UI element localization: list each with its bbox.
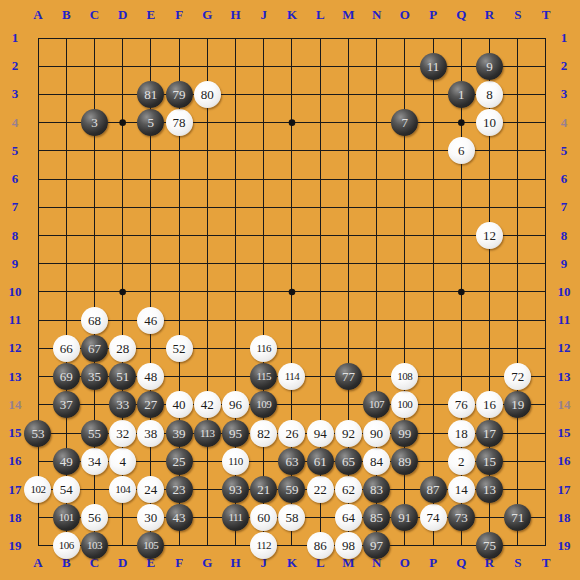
stone-white-4-D16[interactable]: 4	[109, 448, 136, 475]
row-label-left-1: 1	[12, 30, 19, 46]
stone-white-10-R4[interactable]: 10	[476, 109, 503, 136]
stone-white-74-P18[interactable]: 74	[420, 504, 447, 531]
stone-white-32-D15[interactable]: 32	[109, 420, 136, 447]
stone-white-72-S13[interactable]: 72	[504, 363, 531, 390]
stone-white-80-G3[interactable]: 80	[194, 81, 221, 108]
stone-grid[interactable]: 1234567891011121314151617181921222324252…	[24, 24, 560, 560]
stone-white-90-N15[interactable]: 90	[363, 420, 390, 447]
row-label-left-4: 4	[12, 115, 19, 131]
row-label-right-3: 3	[561, 86, 568, 102]
stone-white-40-F14[interactable]: 40	[166, 391, 193, 418]
row-label-left-9: 9	[12, 256, 19, 272]
stone-black-63-K16[interactable]: 63	[278, 448, 305, 475]
row-label-left-7: 7	[12, 199, 19, 215]
stone-black-59-K17[interactable]: 59	[278, 476, 305, 503]
row-label-left-14: 14	[9, 397, 22, 413]
col-label-top-H: H	[230, 7, 240, 23]
stone-black-101-B18[interactable]: 101	[53, 504, 80, 531]
stone-black-43-F18[interactable]: 43	[166, 504, 193, 531]
stone-white-116-J12[interactable]: 116	[250, 335, 277, 362]
stone-white-56-C18[interactable]: 56	[81, 504, 108, 531]
col-label-top-R: R	[485, 7, 494, 23]
stone-black-115-J13[interactable]: 115	[250, 363, 277, 390]
row-label-left-10: 10	[9, 284, 22, 300]
col-label-top-A: A	[33, 7, 42, 23]
stone-black-79-F3[interactable]: 79	[166, 81, 193, 108]
stone-black-1-Q3[interactable]: 1	[448, 81, 475, 108]
stone-black-81-E3[interactable]: 81	[137, 81, 164, 108]
col-label-top-K: K	[287, 7, 297, 23]
stone-white-38-E15[interactable]: 38	[137, 420, 164, 447]
col-label-top-E: E	[147, 7, 156, 23]
row-label-left-18: 18	[9, 510, 22, 526]
stone-black-67-C12[interactable]: 67	[81, 335, 108, 362]
stone-white-102-A17[interactable]: 102	[24, 476, 51, 503]
stone-black-39-F15[interactable]: 39	[166, 420, 193, 447]
stone-white-24-E17[interactable]: 24	[137, 476, 164, 503]
stone-white-2-Q16[interactable]: 2	[448, 448, 475, 475]
col-label-top-F: F	[175, 7, 183, 23]
stone-white-110-H16[interactable]: 110	[222, 448, 249, 475]
row-label-left-19: 19	[9, 538, 22, 554]
stone-black-75-R19[interactable]: 75	[476, 532, 503, 559]
col-label-top-S: S	[514, 7, 521, 23]
stone-black-105-E19[interactable]: 105	[137, 532, 164, 559]
row-label-left-11: 11	[9, 312, 21, 328]
row-label-left-17: 17	[9, 482, 22, 498]
stone-white-48-E13[interactable]: 48	[137, 363, 164, 390]
stone-white-86-L19[interactable]: 86	[307, 532, 334, 559]
stone-white-12-R8[interactable]: 12	[476, 222, 503, 249]
stone-white-64-M18[interactable]: 64	[335, 504, 362, 531]
stone-black-107-N14[interactable]: 107	[363, 391, 390, 418]
col-label-top-C: C	[90, 7, 99, 23]
stone-white-92-M15[interactable]: 92	[335, 420, 362, 447]
stone-black-113-G15[interactable]: 113	[194, 420, 221, 447]
stone-white-22-L17[interactable]: 22	[307, 476, 334, 503]
stone-black-25-F16[interactable]: 25	[166, 448, 193, 475]
stone-white-28-D12[interactable]: 28	[109, 335, 136, 362]
stone-white-98-M19[interactable]: 98	[335, 532, 362, 559]
stone-black-55-C15[interactable]: 55	[81, 420, 108, 447]
stone-white-18-Q15[interactable]: 18	[448, 420, 475, 447]
stone-white-108-O13[interactable]: 108	[391, 363, 418, 390]
stone-black-95-H15[interactable]: 95	[222, 420, 249, 447]
col-label-top-B: B	[62, 7, 71, 23]
stone-white-60-J18[interactable]: 60	[250, 504, 277, 531]
stone-black-7-O4[interactable]: 7	[391, 109, 418, 136]
col-label-top-M: M	[342, 7, 354, 23]
row-label-left-6: 6	[12, 171, 19, 187]
row-label-left-8: 8	[12, 228, 19, 244]
stone-black-37-B14[interactable]: 37	[53, 391, 80, 418]
stone-white-52-F12[interactable]: 52	[166, 335, 193, 362]
stone-black-5-E4[interactable]: 5	[137, 109, 164, 136]
col-label-top-N: N	[372, 7, 381, 23]
stone-black-97-N19[interactable]: 97	[363, 532, 390, 559]
stone-black-15-R16[interactable]: 15	[476, 448, 503, 475]
stone-white-66-B12[interactable]: 66	[53, 335, 80, 362]
row-label-left-3: 3	[12, 86, 19, 102]
stone-white-46-E11[interactable]: 46	[137, 307, 164, 334]
col-label-top-T: T	[542, 7, 551, 23]
stone-white-94-L15[interactable]: 94	[307, 420, 334, 447]
stone-white-82-J15[interactable]: 82	[250, 420, 277, 447]
stone-white-58-K18[interactable]: 58	[278, 504, 305, 531]
col-label-top-D: D	[118, 7, 127, 23]
col-label-top-P: P	[429, 7, 437, 23]
stone-white-100-O14[interactable]: 100	[391, 391, 418, 418]
row-label-left-2: 2	[12, 58, 19, 74]
stone-white-8-R3[interactable]: 8	[476, 81, 503, 108]
stone-black-93-H17[interactable]: 93	[222, 476, 249, 503]
stone-black-83-N17[interactable]: 83	[363, 476, 390, 503]
go-board[interactable]: AABBCCDDEEFFGGHHJJKKLLMMNNOOPPQQRRSSTT11…	[0, 0, 580, 580]
stone-white-14-Q17[interactable]: 14	[448, 476, 475, 503]
stone-black-99-O15[interactable]: 99	[391, 420, 418, 447]
stone-white-112-J19[interactable]: 112	[250, 532, 277, 559]
stone-white-68-C11[interactable]: 68	[81, 307, 108, 334]
stone-white-16-R14[interactable]: 16	[476, 391, 503, 418]
row-label-left-15: 15	[9, 425, 22, 441]
col-label-top-J: J	[261, 7, 268, 23]
stone-white-114-K13[interactable]: 114	[278, 363, 305, 390]
stone-black-35-C13[interactable]: 35	[81, 363, 108, 390]
stone-white-30-E18[interactable]: 30	[137, 504, 164, 531]
row-label-left-13: 13	[9, 369, 22, 385]
stone-white-54-B17[interactable]: 54	[53, 476, 80, 503]
row-label-right-2: 2	[561, 58, 568, 74]
stone-white-26-K15[interactable]: 26	[278, 420, 305, 447]
stone-white-104-D17[interactable]: 104	[109, 476, 136, 503]
stone-black-73-Q18[interactable]: 73	[448, 504, 475, 531]
stone-black-65-M16[interactable]: 65	[335, 448, 362, 475]
row-label-right-8: 8	[561, 228, 568, 244]
row-label-right-7: 7	[561, 199, 568, 215]
stone-white-96-H14[interactable]: 96	[222, 391, 249, 418]
stone-white-106-B19[interactable]: 106	[53, 532, 80, 559]
stone-black-85-N18[interactable]: 85	[363, 504, 390, 531]
stone-black-49-B16[interactable]: 49	[53, 448, 80, 475]
row-label-right-1: 1	[561, 30, 568, 46]
stone-white-78-F4[interactable]: 78	[166, 109, 193, 136]
stone-white-6-Q5[interactable]: 6	[448, 137, 475, 164]
stone-black-23-F17[interactable]: 23	[166, 476, 193, 503]
stone-white-34-C16[interactable]: 34	[81, 448, 108, 475]
stone-black-77-M13[interactable]: 77	[335, 363, 362, 390]
col-label-top-G: G	[202, 7, 212, 23]
stone-white-84-N16[interactable]: 84	[363, 448, 390, 475]
stone-black-27-E14[interactable]: 27	[137, 391, 164, 418]
stone-black-51-D13[interactable]: 51	[109, 363, 136, 390]
row-label-right-4: 4	[561, 115, 568, 131]
stone-black-87-P17[interactable]: 87	[420, 476, 447, 503]
row-label-left-12: 12	[9, 340, 22, 356]
stone-black-69-B13[interactable]: 69	[53, 363, 80, 390]
stone-black-33-D14[interactable]: 33	[109, 391, 136, 418]
stone-black-11-P2[interactable]: 11	[420, 53, 447, 80]
row-label-right-6: 6	[561, 171, 568, 187]
stone-black-17-R15[interactable]: 17	[476, 420, 503, 447]
stone-black-61-L16[interactable]: 61	[307, 448, 334, 475]
stone-black-21-J17[interactable]: 21	[250, 476, 277, 503]
stone-black-103-C19[interactable]: 103	[81, 532, 108, 559]
col-label-top-O: O	[400, 7, 410, 23]
stone-black-19-S14[interactable]: 19	[504, 391, 531, 418]
stone-white-76-Q14[interactable]: 76	[448, 391, 475, 418]
stone-black-111-H18[interactable]: 111	[222, 504, 249, 531]
row-label-left-5: 5	[12, 143, 19, 159]
stone-black-53-A15[interactable]: 53	[24, 420, 51, 447]
stone-white-42-G14[interactable]: 42	[194, 391, 221, 418]
stone-black-71-S18[interactable]: 71	[504, 504, 531, 531]
col-label-top-L: L	[316, 7, 325, 23]
stone-black-89-O16[interactable]: 89	[391, 448, 418, 475]
row-label-right-9: 9	[561, 256, 568, 272]
row-label-left-16: 16	[9, 453, 22, 469]
row-label-right-5: 5	[561, 143, 568, 159]
stone-black-109-J14[interactable]: 109	[250, 391, 277, 418]
stone-black-3-C4[interactable]: 3	[81, 109, 108, 136]
stone-black-13-R17[interactable]: 13	[476, 476, 503, 503]
col-label-top-Q: Q	[456, 7, 466, 23]
stone-black-9-R2[interactable]: 9	[476, 53, 503, 80]
stone-white-62-M17[interactable]: 62	[335, 476, 362, 503]
stone-black-91-O18[interactable]: 91	[391, 504, 418, 531]
